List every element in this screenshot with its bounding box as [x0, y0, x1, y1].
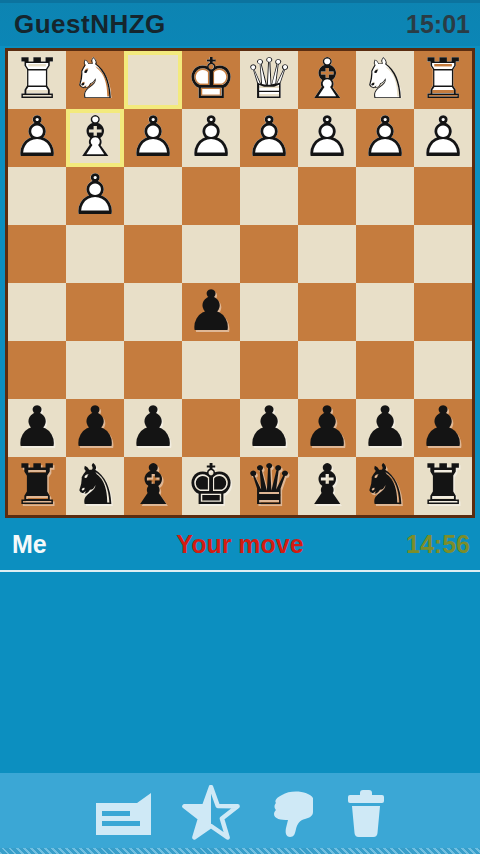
- square-f4[interactable]: [124, 225, 182, 283]
- black-pawn-f7: ♟: [124, 399, 182, 457]
- top-clock: 15:01: [406, 10, 470, 39]
- square-d7[interactable]: ♟: [240, 399, 298, 457]
- black-bishop-c8: ♝: [298, 457, 356, 515]
- square-g7[interactable]: ♟: [66, 399, 124, 457]
- square-c7[interactable]: ♟: [298, 399, 356, 457]
- white-king-e1: ♚♔: [182, 51, 240, 109]
- square-b3[interactable]: [356, 167, 414, 225]
- white-pawn-b2: ♟♙: [356, 109, 414, 167]
- square-c4[interactable]: [298, 225, 356, 283]
- square-f1[interactable]: [124, 51, 182, 109]
- square-b6[interactable]: [356, 341, 414, 399]
- black-queen-d8: ♛: [240, 457, 298, 515]
- black-rook-h8: ♜: [8, 457, 66, 515]
- square-d8[interactable]: ♛: [240, 457, 298, 515]
- black-knight-g8: ♞: [66, 457, 124, 515]
- square-a4[interactable]: [414, 225, 472, 283]
- square-h4[interactable]: [8, 225, 66, 283]
- white-pawn-d2: ♟♙: [240, 109, 298, 167]
- square-b8[interactable]: ♞: [356, 457, 414, 515]
- chat-button[interactable]: [93, 790, 153, 838]
- black-pawn-b7: ♟: [356, 399, 414, 457]
- square-h5[interactable]: [8, 283, 66, 341]
- square-e3[interactable]: [182, 167, 240, 225]
- square-g5[interactable]: [66, 283, 124, 341]
- square-e6[interactable]: [182, 341, 240, 399]
- square-c6[interactable]: [298, 341, 356, 399]
- black-king-e8: ♚: [182, 457, 240, 515]
- white-queen-d1: ♛♕: [240, 51, 298, 109]
- square-h7[interactable]: ♟: [8, 399, 66, 457]
- white-knight-g1: ♞♘: [66, 51, 124, 109]
- square-g6[interactable]: [66, 341, 124, 399]
- square-b2[interactable]: ♟♙: [356, 109, 414, 167]
- square-c3[interactable]: [298, 167, 356, 225]
- square-g2[interactable]: ♝♗: [66, 109, 124, 167]
- thumbs-down-button[interactable]: [269, 790, 317, 838]
- white-pawn-f2: ♟♙: [124, 109, 182, 167]
- square-f6[interactable]: [124, 341, 182, 399]
- white-pawn-h2: ♟♙: [8, 109, 66, 167]
- square-h1[interactable]: ♜♖: [8, 51, 66, 109]
- square-c2[interactable]: ♟♙: [298, 109, 356, 167]
- thumbs-down-icon: [269, 790, 317, 838]
- chess-board: ♜♖♞♘♚♔♛♕♝♗♞♘♜♖♟♙♝♗♟♙♟♙♟♙♟♙♟♙♟♙♟♙♟♟♟♟♟♟♟♟…: [8, 51, 472, 515]
- square-g1[interactable]: ♞♘: [66, 51, 124, 109]
- square-c5[interactable]: [298, 283, 356, 341]
- square-f2[interactable]: ♟♙: [124, 109, 182, 167]
- white-rook-a1: ♜♖: [414, 51, 472, 109]
- delete-button[interactable]: [345, 789, 387, 839]
- white-bishop-g2: ♝♗: [66, 109, 124, 167]
- square-a8[interactable]: ♜: [414, 457, 472, 515]
- square-b4[interactable]: [356, 225, 414, 283]
- square-d2[interactable]: ♟♙: [240, 109, 298, 167]
- square-e5[interactable]: ♟: [182, 283, 240, 341]
- black-pawn-a7: ♟: [414, 399, 472, 457]
- white-bishop-c1: ♝♗: [298, 51, 356, 109]
- square-e8[interactable]: ♚: [182, 457, 240, 515]
- white-pawn-g3: ♟♙: [66, 167, 124, 225]
- black-pawn-h7: ♟: [8, 399, 66, 457]
- status-row: Me Your move 14:56: [0, 518, 480, 570]
- square-h8[interactable]: ♜: [8, 457, 66, 515]
- app-screen: GuestNHZG 15:01 ♜♖♞♘♚♔♛♕♝♗♞♘♜♖♟♙♝♗♟♙♟♙♟♙…: [0, 0, 480, 854]
- square-b5[interactable]: [356, 283, 414, 341]
- square-f8[interactable]: ♝: [124, 457, 182, 515]
- square-d6[interactable]: [240, 341, 298, 399]
- white-pawn-a2: ♟♙: [414, 109, 472, 167]
- square-d1[interactable]: ♛♕: [240, 51, 298, 109]
- square-g4[interactable]: [66, 225, 124, 283]
- title-bar: GuestNHZG 15:01: [0, 0, 480, 46]
- white-knight-b1: ♞♘: [356, 51, 414, 109]
- board-frame: ♜♖♞♘♚♔♛♕♝♗♞♘♜♖♟♙♝♗♟♙♟♙♟♙♟♙♟♙♟♙♟♙♟♟♟♟♟♟♟♟…: [5, 48, 475, 518]
- square-a6[interactable]: [414, 341, 472, 399]
- square-f5[interactable]: [124, 283, 182, 341]
- square-a7[interactable]: ♟: [414, 399, 472, 457]
- square-g3[interactable]: ♟♙: [66, 167, 124, 225]
- square-c8[interactable]: ♝: [298, 457, 356, 515]
- chat-icon: [93, 790, 153, 838]
- white-rook-h1: ♜♖: [8, 51, 66, 109]
- black-pawn-c7: ♟: [298, 399, 356, 457]
- rate-star-icon: [181, 785, 241, 843]
- square-d5[interactable]: [240, 283, 298, 341]
- square-g8[interactable]: ♞: [66, 457, 124, 515]
- square-b7[interactable]: ♟: [356, 399, 414, 457]
- square-e4[interactable]: [182, 225, 240, 283]
- white-pawn-c2: ♟♙: [298, 109, 356, 167]
- black-knight-b8: ♞: [356, 457, 414, 515]
- square-h6[interactable]: [8, 341, 66, 399]
- square-a3[interactable]: [414, 167, 472, 225]
- square-e2[interactable]: ♟♙: [182, 109, 240, 167]
- rate-button[interactable]: [181, 785, 241, 843]
- square-a1[interactable]: ♜♖: [414, 51, 472, 109]
- black-pawn-d7: ♟: [240, 399, 298, 457]
- square-e7[interactable]: [182, 399, 240, 457]
- square-c1[interactable]: ♝♗: [298, 51, 356, 109]
- player-label: Me: [12, 530, 47, 559]
- square-d3[interactable]: [240, 167, 298, 225]
- black-rook-a8: ♜: [414, 457, 472, 515]
- black-bishop-f8: ♝: [124, 457, 182, 515]
- black-pawn-g7: ♟: [66, 399, 124, 457]
- black-pawn-e5: ♟: [182, 283, 240, 341]
- opponent-name: GuestNHZG: [14, 9, 166, 40]
- square-f7[interactable]: ♟: [124, 399, 182, 457]
- square-a2[interactable]: ♟♙: [414, 109, 472, 167]
- square-a5[interactable]: [414, 283, 472, 341]
- square-d4[interactable]: [240, 225, 298, 283]
- chat-message-area[interactable]: [0, 572, 480, 773]
- square-f3[interactable]: [124, 167, 182, 225]
- trash-icon: [345, 789, 387, 839]
- square-e1[interactable]: ♚♔: [182, 51, 240, 109]
- square-h3[interactable]: [8, 167, 66, 225]
- player-clock: 14:56: [406, 530, 470, 559]
- square-h2[interactable]: ♟♙: [8, 109, 66, 167]
- square-b1[interactable]: ♞♘: [356, 51, 414, 109]
- white-pawn-e2: ♟♙: [182, 109, 240, 167]
- bottom-toolbar: [0, 773, 480, 854]
